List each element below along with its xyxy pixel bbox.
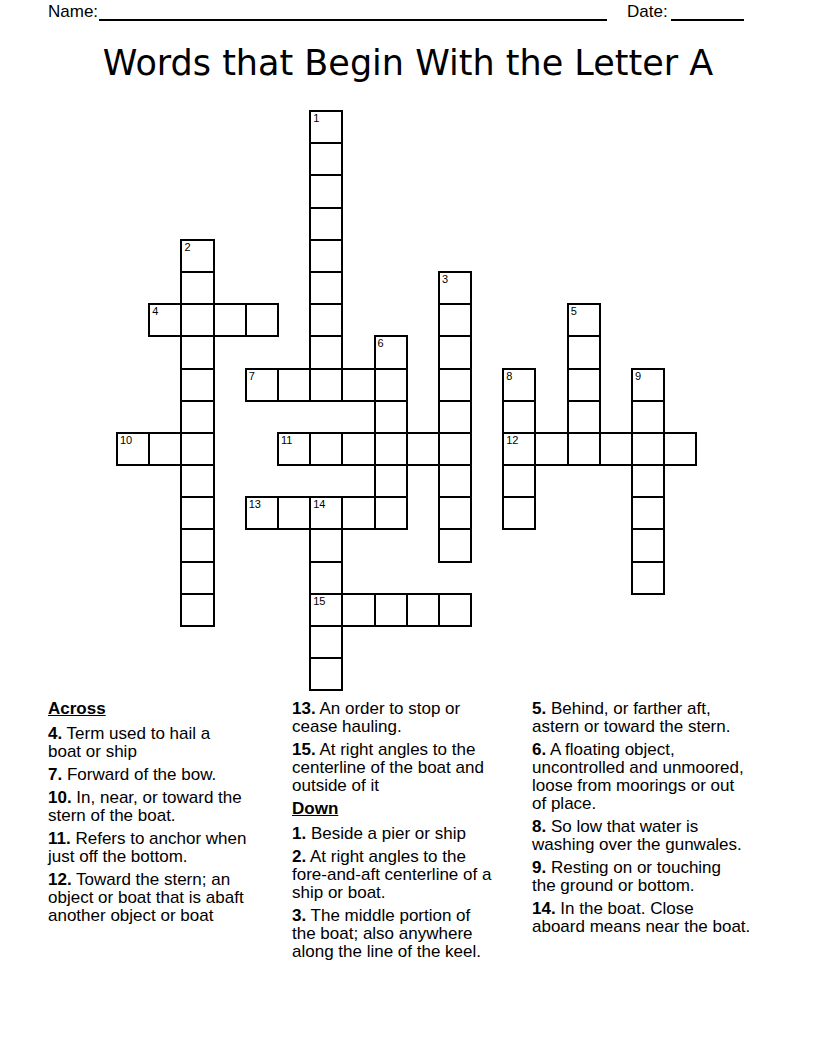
- grid-cell-r3c6[interactable]: [309, 207, 343, 241]
- clue-9-down: 9. Resting on or touching the ground or …: [532, 859, 782, 895]
- grid-cell-r15c6[interactable]: 15: [309, 593, 343, 627]
- grid-cell-r10c0[interactable]: 10: [116, 432, 150, 466]
- grid-cell-r14c2[interactable]: [180, 561, 214, 595]
- clue-13-across: 13. An order to stop or cease hauling.: [292, 700, 530, 736]
- grid-cell-r11c16[interactable]: [631, 464, 665, 498]
- clue-12-across: 12. Toward the stern; an object or boat …: [48, 871, 286, 925]
- grid-cell-r13c2[interactable]: [180, 528, 214, 562]
- grid-cell-r8c5[interactable]: [277, 368, 311, 402]
- grid-cell-r10c16[interactable]: [631, 432, 665, 466]
- date-blank-line[interactable]: [671, 3, 744, 21]
- grid-cell-r7c8[interactable]: 6: [374, 335, 408, 369]
- grid-cell-r7c6[interactable]: [309, 335, 343, 369]
- grid-cell-r9c2[interactable]: [180, 400, 214, 434]
- grid-cell-r0c6[interactable]: 1: [309, 110, 343, 144]
- grid-cell-r11c8[interactable]: [374, 464, 408, 498]
- grid-cell-r15c2[interactable]: [180, 593, 214, 627]
- across-clues-header: Across: [48, 700, 286, 718]
- grid-cell-r9c14[interactable]: [567, 400, 601, 434]
- grid-cell-r10c2[interactable]: [180, 432, 214, 466]
- clue-num-label: 12.: [48, 870, 72, 889]
- clue-2-down: 2. At right angles to the fore-and-aft c…: [292, 848, 530, 902]
- clue-3-down: 3. The middle portion of the boat; also …: [292, 907, 530, 961]
- clue-num-label: 6.: [532, 740, 546, 759]
- grid-cell-r6c1[interactable]: 4: [148, 303, 182, 337]
- clue-14-down: 14. In the boat. Close aboard means near…: [532, 900, 782, 936]
- clue-num-label: 15.: [292, 740, 316, 759]
- grid-cell-r12c4[interactable]: 13: [245, 496, 279, 530]
- grid-cell-r10c17[interactable]: [663, 432, 697, 466]
- grid-cell-r4c2[interactable]: 2: [180, 239, 214, 273]
- clue-num-label: 9.: [532, 858, 546, 877]
- grid-cell-r8c14[interactable]: [567, 368, 601, 402]
- grid-cell-r6c3[interactable]: [213, 303, 247, 337]
- grid-cell-r12c5[interactable]: [277, 496, 311, 530]
- clue-number-10: 10: [120, 434, 132, 446]
- grid-cell-r8c8[interactable]: [374, 368, 408, 402]
- grid-cell-r11c10[interactable]: [438, 464, 472, 498]
- grid-cell-r12c10[interactable]: [438, 496, 472, 530]
- grid-cell-r6c10[interactable]: [438, 303, 472, 337]
- clue-num-label: 10.: [48, 788, 72, 807]
- down-clues-header: Down: [292, 800, 530, 818]
- clue-num-label: 5.: [532, 699, 546, 718]
- grid-cell-r10c5[interactable]: 11: [277, 432, 311, 466]
- crossword-grid: 123456789101112131415: [117, 111, 696, 690]
- clue-number-15: 15: [313, 595, 325, 607]
- clue-number-12: 12: [506, 434, 518, 446]
- clue-number-9: 9: [635, 370, 641, 382]
- grid-cell-r8c10[interactable]: [438, 368, 472, 402]
- grid-cell-r14c6[interactable]: [309, 561, 343, 595]
- grid-cell-r2c6[interactable]: [309, 174, 343, 208]
- clue-column-2: 13. An order to stop or cease hauling.15…: [292, 700, 530, 966]
- grid-cell-r16c6[interactable]: [309, 625, 343, 659]
- grid-cell-r9c8[interactable]: [374, 400, 408, 434]
- grid-cell-r15c10[interactable]: [438, 593, 472, 627]
- grid-cell-r9c10[interactable]: [438, 400, 472, 434]
- grid-cell-r9c16[interactable]: [631, 400, 665, 434]
- grid-cell-r10c10[interactable]: [438, 432, 472, 466]
- clue-number-14: 14: [313, 498, 325, 510]
- clue-column-1: Across4. Term used to hail a boat or shi…: [48, 700, 286, 930]
- grid-cell-r12c16[interactable]: [631, 496, 665, 530]
- worksheet-page: Name: Date: Words that Begin With the Le…: [0, 0, 816, 1056]
- name-label: Name:: [48, 2, 98, 22]
- grid-cell-r10c6[interactable]: [309, 432, 343, 466]
- clue-num-label: 7.: [48, 765, 62, 784]
- grid-cell-r8c16[interactable]: 9: [631, 368, 665, 402]
- clue-number-13: 13: [249, 498, 261, 510]
- grid-cell-r10c13[interactable]: [534, 432, 568, 466]
- grid-cell-r5c10[interactable]: 3: [438, 271, 472, 305]
- grid-cell-r12c7[interactable]: [341, 496, 375, 530]
- clue-number-5: 5: [571, 305, 577, 317]
- clue-num-label: 2.: [292, 847, 306, 866]
- name-blank-line[interactable]: [99, 3, 607, 21]
- grid-cell-r13c10[interactable]: [438, 528, 472, 562]
- clue-number-2: 2: [184, 241, 190, 253]
- page-title: Words that Begin With the Letter A: [0, 41, 816, 85]
- grid-cell-r15c8[interactable]: [374, 593, 408, 627]
- clue-number-6: 6: [378, 337, 384, 349]
- grid-cell-r5c6[interactable]: [309, 271, 343, 305]
- grid-cell-r12c12[interactable]: [502, 496, 536, 530]
- grid-cell-r9c12[interactable]: [502, 400, 536, 434]
- clue-6-down: 6. A floating object, uncontrolled and u…: [532, 741, 782, 813]
- grid-cell-r15c7[interactable]: [341, 593, 375, 627]
- grid-cell-r10c1[interactable]: [148, 432, 182, 466]
- clue-7-across: 7. Forward of the bow.: [48, 766, 286, 784]
- grid-cell-r6c14[interactable]: 5: [567, 303, 601, 337]
- clue-15-across: 15. At right angles to the centerline of…: [292, 741, 530, 795]
- grid-cell-r8c12[interactable]: 8: [502, 368, 536, 402]
- clue-5-down: 5. Behind, or farther aft, astern or tow…: [532, 700, 782, 736]
- grid-cell-r7c10[interactable]: [438, 335, 472, 369]
- grid-cell-r10c8[interactable]: [374, 432, 408, 466]
- grid-cell-r7c2[interactable]: [180, 335, 214, 369]
- clue-column-3: 5. Behind, or farther aft, astern or tow…: [532, 700, 782, 941]
- clue-11-across: 11. Refers to anchor when just off the b…: [48, 830, 286, 866]
- clue-number-7: 7: [249, 370, 255, 382]
- clue-num-label: 14.: [532, 899, 556, 918]
- grid-cell-r13c16[interactable]: [631, 528, 665, 562]
- grid-cell-r7c14[interactable]: [567, 335, 601, 369]
- grid-cell-r8c7[interactable]: [341, 368, 375, 402]
- grid-cell-r12c6[interactable]: 14: [309, 496, 343, 530]
- grid-cell-r4c6[interactable]: [309, 239, 343, 273]
- grid-cell-r11c2[interactable]: [180, 464, 214, 498]
- grid-cell-r6c6[interactable]: [309, 303, 343, 337]
- grid-cell-r10c9[interactable]: [406, 432, 440, 466]
- clue-num-label: 1.: [292, 824, 306, 843]
- clue-number-11: 11: [281, 434, 292, 446]
- clue-num-label: 13.: [292, 699, 316, 718]
- clue-num-label: 8.: [532, 817, 546, 836]
- clue-number-4: 4: [152, 305, 158, 317]
- grid-cell-r5c2[interactable]: [180, 271, 214, 305]
- grid-cell-r12c2[interactable]: [180, 496, 214, 530]
- grid-cell-r8c4[interactable]: 7: [245, 368, 279, 402]
- clue-10-across: 10. In, near, or toward the stern of the…: [48, 789, 286, 825]
- grid-cell-r10c14[interactable]: [567, 432, 601, 466]
- grid-cell-r12c8[interactable]: [374, 496, 408, 530]
- grid-cell-r11c12[interactable]: [502, 464, 536, 498]
- clue-num-label: 3.: [292, 906, 306, 925]
- clue-4-across: 4. Term used to hail a boat or ship: [48, 725, 286, 761]
- clue-num-label: 11.: [48, 829, 71, 848]
- grid-cell-r6c4[interactable]: [245, 303, 279, 337]
- clue-num-label: 4.: [48, 724, 62, 743]
- grid-cell-r10c12[interactable]: 12: [502, 432, 536, 466]
- grid-cell-r8c6[interactable]: [309, 368, 343, 402]
- clue-1-down: 1. Beside a pier or ship: [292, 825, 530, 843]
- clue-number-8: 8: [506, 370, 512, 382]
- grid-cell-r10c7[interactable]: [341, 432, 375, 466]
- grid-cell-r13c6[interactable]: [309, 528, 343, 562]
- grid-cell-r1c6[interactable]: [309, 142, 343, 176]
- clue-number-1: 1: [313, 112, 319, 124]
- grid-cell-r8c2[interactable]: [180, 368, 214, 402]
- grid-cell-r14c16[interactable]: [631, 561, 665, 595]
- clue-number-3: 3: [442, 273, 448, 285]
- grid-cell-r17c6[interactable]: [309, 657, 343, 691]
- clue-8-down: 8. So low that water is washing over the…: [532, 818, 782, 854]
- grid-cell-r15c9[interactable]: [406, 593, 440, 627]
- grid-cell-r10c15[interactable]: [599, 432, 633, 466]
- date-label: Date:: [627, 2, 668, 22]
- grid-cell-r6c2[interactable]: [180, 303, 214, 337]
